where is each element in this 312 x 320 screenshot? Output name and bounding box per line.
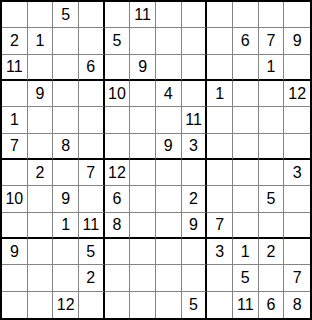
cell-r5c3-empty[interactable]: [53, 107, 79, 133]
cell-r3c8-empty[interactable]: [182, 55, 208, 81]
cell-r9c1-empty[interactable]: [2, 213, 28, 239]
cell-r8c10-empty[interactable]: [233, 186, 259, 212]
cell-r3c5-empty[interactable]: [105, 55, 131, 81]
cell-r3c2-empty[interactable]: [28, 55, 54, 81]
cell-r11c6-empty[interactable]: [130, 265, 156, 291]
cell-r4c2-given[interactable]: 9: [28, 81, 54, 107]
cell-r11c10-given[interactable]: 5: [233, 265, 259, 291]
cell-r3c9-empty[interactable]: [207, 55, 233, 81]
cell-r12c9-empty[interactable]: [207, 292, 233, 318]
cell-r6c2-empty[interactable]: [28, 134, 54, 160]
cell-r11c7-empty[interactable]: [156, 265, 182, 291]
cell-r2c12-given[interactable]: 9: [284, 28, 310, 54]
cell-r12c12-given[interactable]: 8: [284, 292, 310, 318]
cell-r7c2-given[interactable]: 2: [28, 160, 54, 186]
cell-r3c3-empty[interactable]: [53, 55, 79, 81]
cell-r9c4-given[interactable]: 11: [79, 213, 105, 239]
cell-r9c2-empty[interactable]: [28, 213, 54, 239]
cell-r9c3-given[interactable]: 1: [53, 213, 79, 239]
cell-r8c4-empty[interactable]: [79, 186, 105, 212]
cell-r8c11-given[interactable]: 5: [259, 186, 285, 212]
sudoku-board: 5112156791169191041121117893271231096251…: [0, 0, 312, 320]
cell-r9c10-empty[interactable]: [233, 213, 259, 239]
cell-r9c8-given[interactable]: 9: [182, 213, 208, 239]
cell-r1c4-empty[interactable]: [79, 2, 105, 28]
cell-r2c9-empty[interactable]: [207, 28, 233, 54]
cell-r3c7-empty[interactable]: [156, 55, 182, 81]
cell-r9c9-given[interactable]: 7: [207, 213, 233, 239]
cell-r10c1-given[interactable]: 9: [2, 239, 28, 265]
cell-r10c11-given[interactable]: 2: [259, 239, 285, 265]
cell-r1c11-empty[interactable]: [259, 2, 285, 28]
cell-r10c12-empty[interactable]: [284, 239, 310, 265]
cell-r1c5-empty[interactable]: [105, 2, 131, 28]
cell-r1c3-given[interactable]: 5: [53, 2, 79, 28]
cell-r3c6-given[interactable]: 9: [130, 55, 156, 81]
cell-r2c11-given[interactable]: 7: [259, 28, 285, 54]
cell-r5c8-given[interactable]: 11: [182, 107, 208, 133]
cell-r4c3-empty[interactable]: [53, 81, 79, 107]
cell-r11c9-empty[interactable]: [207, 265, 233, 291]
cell-r4c10-empty[interactable]: [233, 81, 259, 107]
cell-r10c4-given[interactable]: 5: [79, 239, 105, 265]
cell-r6c8-given[interactable]: 3: [182, 134, 208, 160]
cell-r8c6-empty[interactable]: [130, 186, 156, 212]
cell-r7c3-empty[interactable]: [53, 160, 79, 186]
cell-r4c6-empty[interactable]: [130, 81, 156, 107]
cell-r12c1-empty[interactable]: [2, 292, 28, 318]
cell-r5c12-empty[interactable]: [284, 107, 310, 133]
cell-r9c7-empty[interactable]: [156, 213, 182, 239]
cell-r2c3-empty[interactable]: [53, 28, 79, 54]
cell-r5c6-empty[interactable]: [130, 107, 156, 133]
cell-r5c4-empty[interactable]: [79, 107, 105, 133]
cell-r1c2-empty[interactable]: [28, 2, 54, 28]
cell-r6c7-given[interactable]: 9: [156, 134, 182, 160]
cell-r11c4-given[interactable]: 2: [79, 265, 105, 291]
cell-r8c2-empty[interactable]: [28, 186, 54, 212]
cell-r10c6-empty[interactable]: [130, 239, 156, 265]
cell-r1c1-empty[interactable]: [2, 2, 28, 28]
cell-r11c1-empty[interactable]: [2, 265, 28, 291]
cell-r4c4-empty[interactable]: [79, 81, 105, 107]
cell-r6c3-given[interactable]: 8: [53, 134, 79, 160]
cell-r7c7-empty[interactable]: [156, 160, 182, 186]
cell-r5c9-empty[interactable]: [207, 107, 233, 133]
cell-r2c4-empty[interactable]: [79, 28, 105, 54]
cell-r5c5-empty[interactable]: [105, 107, 131, 133]
cell-r5c11-empty[interactable]: [259, 107, 285, 133]
cell-r10c7-empty[interactable]: [156, 239, 182, 265]
cell-r1c7-empty[interactable]: [156, 2, 182, 28]
cell-r7c5-given[interactable]: 12: [105, 160, 131, 186]
cell-r11c11-empty[interactable]: [259, 265, 285, 291]
cell-r10c3-empty[interactable]: [53, 239, 79, 265]
cell-r11c2-empty[interactable]: [28, 265, 54, 291]
cell-r7c6-empty[interactable]: [130, 160, 156, 186]
cell-r4c8-empty[interactable]: [182, 81, 208, 107]
cell-r1c9-empty[interactable]: [207, 2, 233, 28]
cell-r3c1-given[interactable]: 11: [2, 55, 28, 81]
cell-r7c10-empty[interactable]: [233, 160, 259, 186]
cell-r12c3-given[interactable]: 12: [53, 292, 79, 318]
cell-r10c10-given[interactable]: 1: [233, 239, 259, 265]
cell-r12c2-empty[interactable]: [28, 292, 54, 318]
cell-r2c6-empty[interactable]: [130, 28, 156, 54]
cell-r6c1-given[interactable]: 7: [2, 134, 28, 160]
cell-r2c7-empty[interactable]: [156, 28, 182, 54]
cell-r10c8-empty[interactable]: [182, 239, 208, 265]
cell-r1c8-empty[interactable]: [182, 2, 208, 28]
cell-r12c4-empty[interactable]: [79, 292, 105, 318]
cell-r2c2-given[interactable]: 1: [28, 28, 54, 54]
cell-r8c7-empty[interactable]: [156, 186, 182, 212]
cell-r7c12-given[interactable]: 3: [284, 160, 310, 186]
cell-r12c7-empty[interactable]: [156, 292, 182, 318]
cell-r5c2-empty[interactable]: [28, 107, 54, 133]
cell-r6c6-empty[interactable]: [130, 134, 156, 160]
cell-r2c5-given[interactable]: 5: [105, 28, 131, 54]
cell-r6c10-empty[interactable]: [233, 134, 259, 160]
cell-r9c6-empty[interactable]: [130, 213, 156, 239]
cell-r10c2-empty[interactable]: [28, 239, 54, 265]
cell-r5c7-empty[interactable]: [156, 107, 182, 133]
cell-r5c1-given[interactable]: 1: [2, 107, 28, 133]
cell-r4c7-given[interactable]: 4: [156, 81, 182, 107]
cell-r2c10-given[interactable]: 6: [233, 28, 259, 54]
cell-r12c6-empty[interactable]: [130, 292, 156, 318]
cell-r4c5-given[interactable]: 10: [105, 81, 131, 107]
cell-r5c10-empty[interactable]: [233, 107, 259, 133]
cell-r4c12-given[interactable]: 12: [284, 81, 310, 107]
cell-r8c12-empty[interactable]: [284, 186, 310, 212]
cell-r7c9-empty[interactable]: [207, 160, 233, 186]
cell-r10c5-empty[interactable]: [105, 239, 131, 265]
cell-r2c1-given[interactable]: 2: [2, 28, 28, 54]
cell-r12c8-given[interactable]: 5: [182, 292, 208, 318]
cell-r4c1-empty[interactable]: [2, 81, 28, 107]
cell-r8c3-given[interactable]: 9: [53, 186, 79, 212]
cell-r1c12-empty[interactable]: [284, 2, 310, 28]
cell-r8c5-given[interactable]: 6: [105, 186, 131, 212]
cell-r12c11-given[interactable]: 6: [259, 292, 285, 318]
cell-r12c5-empty[interactable]: [105, 292, 131, 318]
cell-r11c12-given[interactable]: 7: [284, 265, 310, 291]
cell-r7c1-empty[interactable]: [2, 160, 28, 186]
cell-r6c5-empty[interactable]: [105, 134, 131, 160]
cell-r12c10-given[interactable]: 11: [233, 292, 259, 318]
cell-r6c9-empty[interactable]: [207, 134, 233, 160]
cell-r1c6-given[interactable]: 11: [130, 2, 156, 28]
cell-r11c3-empty[interactable]: [53, 265, 79, 291]
cell-r1c10-empty[interactable]: [233, 2, 259, 28]
cell-r10c9-given[interactable]: 3: [207, 239, 233, 265]
cell-r3c11-given[interactable]: 1: [259, 55, 285, 81]
cell-r3c10-empty[interactable]: [233, 55, 259, 81]
cell-r9c12-empty[interactable]: [284, 213, 310, 239]
cell-r11c8-empty[interactable]: [182, 265, 208, 291]
cell-r6c11-empty[interactable]: [259, 134, 285, 160]
cell-r4c11-empty[interactable]: [259, 81, 285, 107]
cell-r8c9-empty[interactable]: [207, 186, 233, 212]
cell-r8c8-given[interactable]: 2: [182, 186, 208, 212]
cell-r9c11-empty[interactable]: [259, 213, 285, 239]
cell-r2c8-empty[interactable]: [182, 28, 208, 54]
cell-r4c9-given[interactable]: 1: [207, 81, 233, 107]
cell-r7c8-empty[interactable]: [182, 160, 208, 186]
cell-r8c1-given[interactable]: 10: [2, 186, 28, 212]
cell-r6c4-empty[interactable]: [79, 134, 105, 160]
cell-r3c4-given[interactable]: 6: [79, 55, 105, 81]
cell-r7c4-given[interactable]: 7: [79, 160, 105, 186]
cell-r11c5-empty[interactable]: [105, 265, 131, 291]
cell-r7c11-empty[interactable]: [259, 160, 285, 186]
cell-r3c12-empty[interactable]: [284, 55, 310, 81]
cell-r9c5-given[interactable]: 8: [105, 213, 131, 239]
cell-r6c12-empty[interactable]: [284, 134, 310, 160]
